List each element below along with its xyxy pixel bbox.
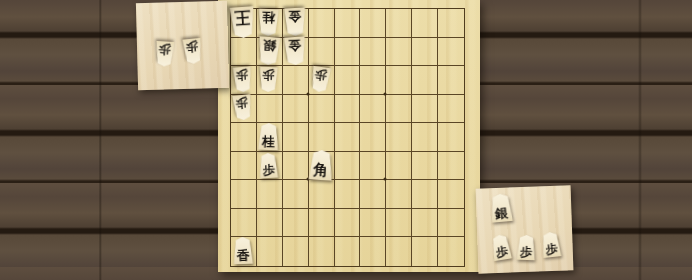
piece-kanji: 香: [236, 249, 250, 264]
square-7c[interactable]: [283, 66, 309, 95]
square-2d[interactable]: [412, 95, 438, 124]
square-3e[interactable]: [386, 123, 412, 152]
piece-kanji: 歩: [494, 244, 508, 260]
square-3h[interactable]: [386, 209, 412, 238]
piece-kanji: 角: [312, 163, 328, 181]
square-1g[interactable]: [438, 180, 464, 209]
square-2c[interactable]: [412, 66, 438, 95]
shogi-piece-sente[interactable]: 桂: [258, 123, 280, 151]
square-4g[interactable]: [360, 180, 386, 209]
square-6e[interactable]: [309, 123, 335, 152]
square-6h[interactable]: [309, 209, 335, 238]
square-1a[interactable]: [438, 9, 464, 38]
piece-kanji: 歩: [185, 38, 198, 53]
shogi-piece-gote[interactable]: 金: [283, 36, 306, 65]
square-1e[interactable]: [438, 123, 464, 152]
shogi-piece-gote[interactable]: 歩: [154, 40, 174, 66]
piece-kanji: 銀: [262, 36, 276, 52]
piece-kanji: 金: [288, 8, 302, 23]
square-5f[interactable]: [335, 152, 361, 181]
square-5d[interactable]: [335, 95, 361, 124]
piece-kanji: 銀: [495, 206, 509, 222]
square-1h[interactable]: [438, 209, 464, 238]
square-6a[interactable]: [309, 9, 335, 38]
shogi-piece-sente[interactable]: 角: [308, 149, 334, 180]
square-5e[interactable]: [335, 123, 361, 152]
square-4h[interactable]: [360, 209, 386, 238]
square-5g[interactable]: [335, 180, 361, 209]
square-9f[interactable]: [231, 152, 257, 181]
piece-kanji: 歩: [158, 41, 171, 56]
square-9h[interactable]: [231, 209, 257, 238]
square-7h[interactable]: [283, 209, 309, 238]
square-3c[interactable]: [386, 66, 412, 95]
shogi-piece-gote[interactable]: 歩: [259, 67, 279, 93]
shogi-piece-gote[interactable]: 歩: [232, 95, 254, 122]
square-6d[interactable]: [309, 95, 335, 124]
shogi-piece-gote[interactable]: 歩: [233, 66, 254, 92]
piece-kanji: 歩: [519, 245, 531, 259]
square-9g[interactable]: [231, 180, 257, 209]
piece-kanji: 歩: [263, 163, 276, 178]
square-8g[interactable]: [257, 180, 283, 209]
square-3g[interactable]: [386, 180, 412, 209]
square-6i[interactable]: [309, 237, 335, 266]
square-1f[interactable]: [438, 152, 464, 181]
square-5h[interactable]: [335, 209, 361, 238]
square-2h[interactable]: [412, 209, 438, 238]
shogi-piece-gote[interactable]: 桂: [258, 8, 280, 36]
square-1c[interactable]: [438, 66, 464, 95]
shogi-board: 王桂金銀金歩歩歩歩桂歩角香: [218, 0, 480, 272]
square-4f[interactable]: [360, 152, 386, 181]
square-3i[interactable]: [386, 237, 412, 266]
square-3f[interactable]: [386, 152, 412, 181]
piece-kanji: 歩: [263, 67, 275, 81]
shogi-piece-gote[interactable]: 金: [283, 8, 306, 37]
square-7i[interactable]: [283, 237, 309, 266]
piece-kanji: 歩: [314, 66, 328, 82]
square-8i[interactable]: [257, 237, 283, 266]
square-7g[interactable]: [283, 180, 309, 209]
square-2b[interactable]: [412, 38, 438, 67]
square-4a[interactable]: [360, 9, 386, 38]
square-2i[interactable]: [412, 237, 438, 266]
square-2e[interactable]: [412, 123, 438, 152]
square-4d[interactable]: [360, 95, 386, 124]
square-4i[interactable]: [360, 237, 386, 266]
shogi-piece-sente[interactable]: 歩: [259, 152, 279, 178]
square-4b[interactable]: [360, 38, 386, 67]
square-1i[interactable]: [438, 237, 464, 266]
shogi-piece-gote[interactable]: 歩: [181, 37, 202, 64]
square-7d[interactable]: [283, 95, 309, 124]
shogi-piece-sente[interactable]: 銀: [489, 193, 513, 223]
star-point: [306, 92, 309, 95]
square-5c[interactable]: [335, 66, 361, 95]
shogi-piece-sente[interactable]: 香: [232, 237, 253, 265]
shogi-piece-gote[interactable]: 銀: [257, 36, 281, 65]
shogi-scene: 王桂金銀金歩歩歩歩桂歩角香 歩歩 銀歩歩歩: [0, 0, 692, 280]
square-8h[interactable]: [257, 209, 283, 238]
piece-kanji: 歩: [236, 66, 249, 81]
piece-kanji: 桂: [262, 9, 276, 24]
gote-piece-stand: 歩歩: [136, 1, 229, 90]
square-4e[interactable]: [360, 123, 386, 152]
square-2g[interactable]: [412, 180, 438, 209]
sente-piece-stand: 銀歩歩歩: [476, 185, 574, 273]
shogi-piece-gote[interactable]: 王: [229, 6, 256, 39]
shogi-piece-sente[interactable]: 歩: [540, 231, 562, 258]
square-5i[interactable]: [335, 237, 361, 266]
piece-kanji: 桂: [262, 135, 276, 150]
square-5a[interactable]: [335, 9, 361, 38]
square-6g[interactable]: [309, 180, 335, 209]
square-9b[interactable]: [231, 38, 257, 67]
square-7e[interactable]: [283, 123, 309, 152]
square-2f[interactable]: [412, 152, 438, 181]
star-point: [384, 178, 387, 181]
square-8d[interactable]: [257, 95, 283, 124]
piece-kanji: 歩: [544, 242, 557, 257]
star-point: [384, 92, 387, 95]
square-2a[interactable]: [412, 9, 438, 38]
square-4c[interactable]: [360, 66, 386, 95]
square-3a[interactable]: [386, 9, 412, 38]
piece-kanji: 王: [234, 6, 251, 25]
square-9e[interactable]: [231, 123, 257, 152]
shogi-piece-sente[interactable]: 歩: [489, 233, 512, 261]
piece-kanji: 金: [287, 37, 301, 53]
square-1b[interactable]: [438, 38, 464, 67]
square-3d[interactable]: [386, 95, 412, 124]
shogi-piece-gote[interactable]: 歩: [309, 66, 331, 93]
square-1d[interactable]: [438, 95, 464, 124]
piece-kanji: 歩: [236, 95, 249, 110]
square-6b[interactable]: [309, 38, 335, 67]
shogi-piece-sente[interactable]: 歩: [516, 234, 536, 260]
square-5b[interactable]: [335, 38, 361, 67]
square-7f[interactable]: [283, 152, 309, 181]
square-3b[interactable]: [386, 38, 412, 67]
